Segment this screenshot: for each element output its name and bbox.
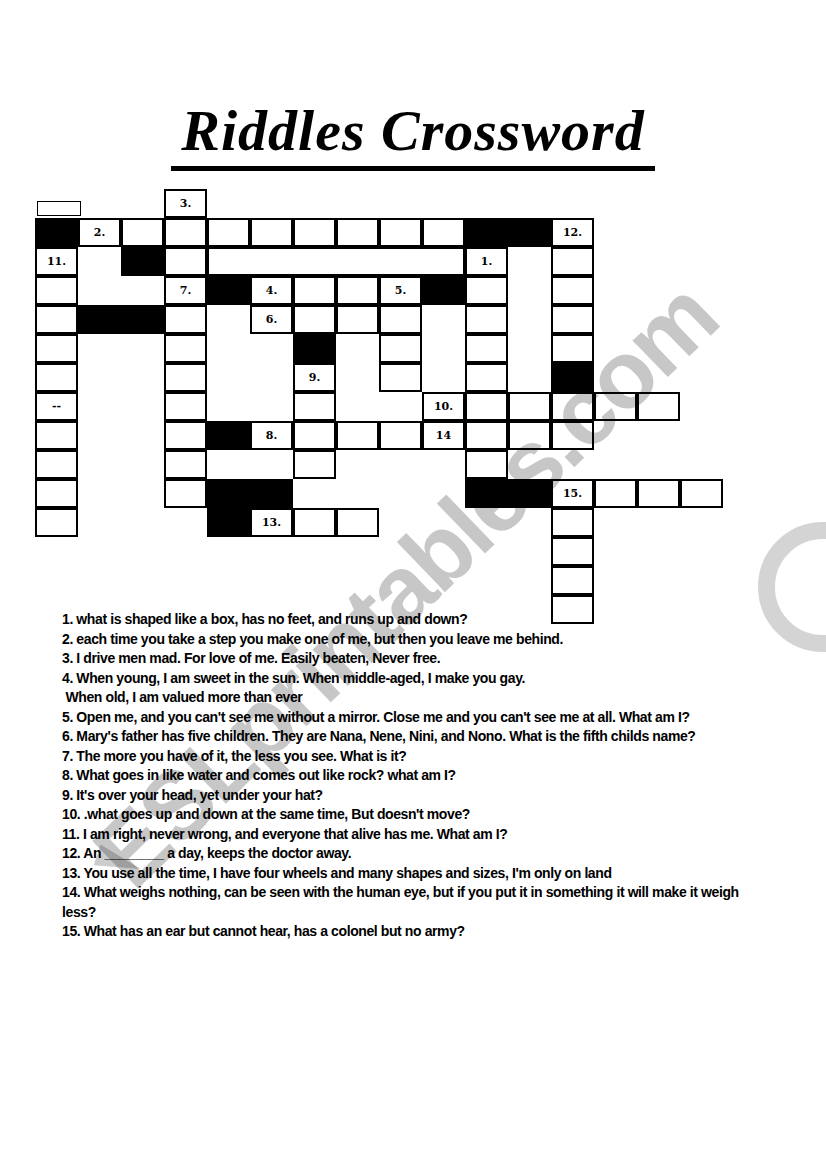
grid-cell[interactable] <box>594 479 637 508</box>
worksheet-page: { "game": "crossword", "title": { "text"… <box>0 0 826 1169</box>
grid-cell[interactable] <box>336 276 379 305</box>
grid-cell[interactable]: 2. <box>78 218 121 247</box>
grid-cell[interactable] <box>35 450 78 479</box>
black-cell <box>508 479 551 508</box>
clue-number: 9. <box>309 372 320 383</box>
grid-cell[interactable] <box>336 218 379 247</box>
grid-cell[interactable]: 13. <box>250 508 293 537</box>
grid-cell[interactable] <box>379 363 422 392</box>
grid-cell[interactable] <box>164 392 207 421</box>
clue-line: 4. When young, I am sweet in the sun. Wh… <box>62 669 822 689</box>
grid-cell[interactable]: 5. <box>379 276 422 305</box>
grid-cell[interactable] <box>465 276 508 305</box>
grid-cell[interactable] <box>465 450 508 479</box>
grid-cell[interactable] <box>207 218 250 247</box>
grid-cell[interactable] <box>551 276 594 305</box>
black-cell <box>465 218 508 247</box>
grid-cell[interactable] <box>680 479 723 508</box>
clue-number: 8. <box>266 430 277 441</box>
grid-cell[interactable]: 6. <box>250 305 293 334</box>
grid-cell[interactable] <box>551 334 594 363</box>
grid-cell[interactable] <box>379 421 422 450</box>
grid-cell[interactable] <box>551 566 594 595</box>
grid-cell[interactable] <box>35 276 78 305</box>
black-cell <box>293 334 336 363</box>
clue-number: 4. <box>266 285 277 296</box>
grid-cell[interactable] <box>551 508 594 537</box>
clue-number: 10. <box>434 401 453 412</box>
black-cell <box>207 276 250 305</box>
black-cell <box>207 508 250 537</box>
grid-cell[interactable] <box>551 305 594 334</box>
clue-number: 6. <box>266 314 277 325</box>
grid-cell[interactable] <box>551 537 594 566</box>
black-cell <box>508 218 551 247</box>
grid-cell[interactable] <box>594 392 637 421</box>
black-cell <box>207 479 250 508</box>
clue-line: less? <box>62 903 822 923</box>
clue-line: When old, I am valued more than ever <box>62 688 822 708</box>
grid-cell[interactable] <box>164 479 207 508</box>
grid-cell[interactable] <box>164 334 207 363</box>
clue-line: 12. An ________ a day, keeps the doctor … <box>62 844 822 864</box>
black-cell <box>121 247 164 276</box>
grid-cell[interactable]: 12. <box>551 218 594 247</box>
black-cell <box>35 218 78 247</box>
grid-cell[interactable] <box>293 276 336 305</box>
page-title: Riddles Crossword <box>171 100 654 171</box>
grid-cell[interactable] <box>336 508 379 537</box>
clue-line: 1. what is shaped like a box, has no fee… <box>62 610 822 630</box>
grid-cell[interactable] <box>35 508 78 537</box>
grid-cell[interactable] <box>164 305 207 334</box>
grid-cell[interactable] <box>164 218 207 247</box>
grid-cell[interactable] <box>293 305 336 334</box>
grid-cell[interactable] <box>508 392 551 421</box>
clue-number: 5. <box>395 285 406 296</box>
grid-cell[interactable] <box>336 305 379 334</box>
black-cell <box>422 276 465 305</box>
grid-cell[interactable] <box>293 508 336 537</box>
thin-empty-box <box>37 201 81 216</box>
grid-cell[interactable] <box>379 218 422 247</box>
black-cell <box>551 363 594 392</box>
grid-cell[interactable] <box>637 479 680 508</box>
grid-cell[interactable]: 14 <box>422 421 465 450</box>
clue-number: 7. <box>180 285 191 296</box>
grid-cell[interactable]: 11. <box>35 247 78 276</box>
grid-cell[interactable] <box>164 421 207 450</box>
clue-number: 1. <box>481 256 492 267</box>
clue-line: 9. It's over your head, yet under your h… <box>62 786 822 806</box>
crossword-grid: 3.2.12.11.1.7.4.5.6.9.--10.8.1415.13. <box>35 189 723 624</box>
grid-cell[interactable] <box>637 392 680 421</box>
grid-cell[interactable]: 3. <box>164 189 207 218</box>
grid-cell[interactable] <box>35 334 78 363</box>
grid-cell[interactable] <box>164 363 207 392</box>
grid-cell[interactable]: 8. <box>250 421 293 450</box>
grid-cell[interactable] <box>465 421 508 450</box>
grid-cell[interactable]: 1. <box>465 247 508 276</box>
black-cell <box>250 479 293 508</box>
grid-cell[interactable] <box>379 305 422 334</box>
grid-cell[interactable] <box>551 247 594 276</box>
grid-cell[interactable]: 4. <box>250 276 293 305</box>
grid-cell[interactable] <box>35 421 78 450</box>
clue-line: 10. .what goes up and down at the same t… <box>62 805 822 825</box>
grid-cell[interactable] <box>35 363 78 392</box>
clue-line: 5. Open me, and you can't see me without… <box>62 708 822 728</box>
clue-line: 15. What has an ear but cannot hear, has… <box>62 922 822 942</box>
grid-cell[interactable] <box>508 421 551 450</box>
clue-line: 14. What weighs nothing, can be seen wit… <box>62 883 822 903</box>
clue-number: 13. <box>262 517 281 528</box>
grid-cell[interactable]: 15. <box>551 479 594 508</box>
grid-cell[interactable] <box>465 392 508 421</box>
clue-line: 11. I am right, never wrong, and everyon… <box>62 825 822 845</box>
black-cell <box>78 305 121 334</box>
clue-line: 8. What goes in like water and comes out… <box>62 766 822 786</box>
grid-cell[interactable]: 10. <box>422 392 465 421</box>
clue-line: 7. The more you have of it, the less you… <box>62 747 822 767</box>
clue-number: 12. <box>563 227 582 238</box>
clue-line: 6. Mary's father has five children. They… <box>62 727 822 747</box>
grid-cell[interactable] <box>164 247 207 276</box>
grid-cell[interactable] <box>164 450 207 479</box>
clue-line: 2. each time you take a step you make on… <box>62 630 822 650</box>
grid-cell[interactable] <box>35 305 78 334</box>
grid-cell[interactable]: 9. <box>293 363 336 392</box>
black-cell <box>121 305 164 334</box>
black-cell <box>207 421 250 450</box>
grid-cell[interactable] <box>293 421 336 450</box>
clue-number: 11. <box>47 256 66 267</box>
grid-cell[interactable] <box>551 421 594 450</box>
clue-line: 3. I drive men mad. For love of me. Easi… <box>62 649 822 669</box>
black-cell <box>465 479 508 508</box>
grid-cell[interactable] <box>293 450 336 479</box>
clue-line: 13. You use all the time, I have four wh… <box>62 864 822 884</box>
grid-cell[interactable] <box>250 218 293 247</box>
clue-number: 14 <box>436 430 451 441</box>
clue-list: 1. what is shaped like a box, has no fee… <box>62 610 822 942</box>
page-title-wrap: Riddles Crossword <box>0 100 826 171</box>
grid-cell[interactable] <box>465 305 508 334</box>
grid-cell[interactable] <box>293 392 336 421</box>
grid-cell[interactable] <box>293 218 336 247</box>
grid-cell[interactable] <box>207 247 465 276</box>
clue-number: 3. <box>180 198 191 209</box>
grid-cell[interactable] <box>422 218 465 247</box>
grid-cell[interactable] <box>465 363 508 392</box>
clue-number: 2. <box>94 227 105 238</box>
clue-number: -- <box>52 401 61 412</box>
grid-cell[interactable] <box>336 421 379 450</box>
grid-cell[interactable] <box>379 334 422 363</box>
clue-number: 15. <box>563 488 582 499</box>
grid-cell[interactable] <box>551 392 594 421</box>
grid-cell[interactable]: 7. <box>164 276 207 305</box>
grid-cell[interactable] <box>465 334 508 363</box>
grid-cell[interactable] <box>35 479 78 508</box>
grid-cell[interactable] <box>121 218 164 247</box>
grid-cell[interactable]: -- <box>35 392 78 421</box>
